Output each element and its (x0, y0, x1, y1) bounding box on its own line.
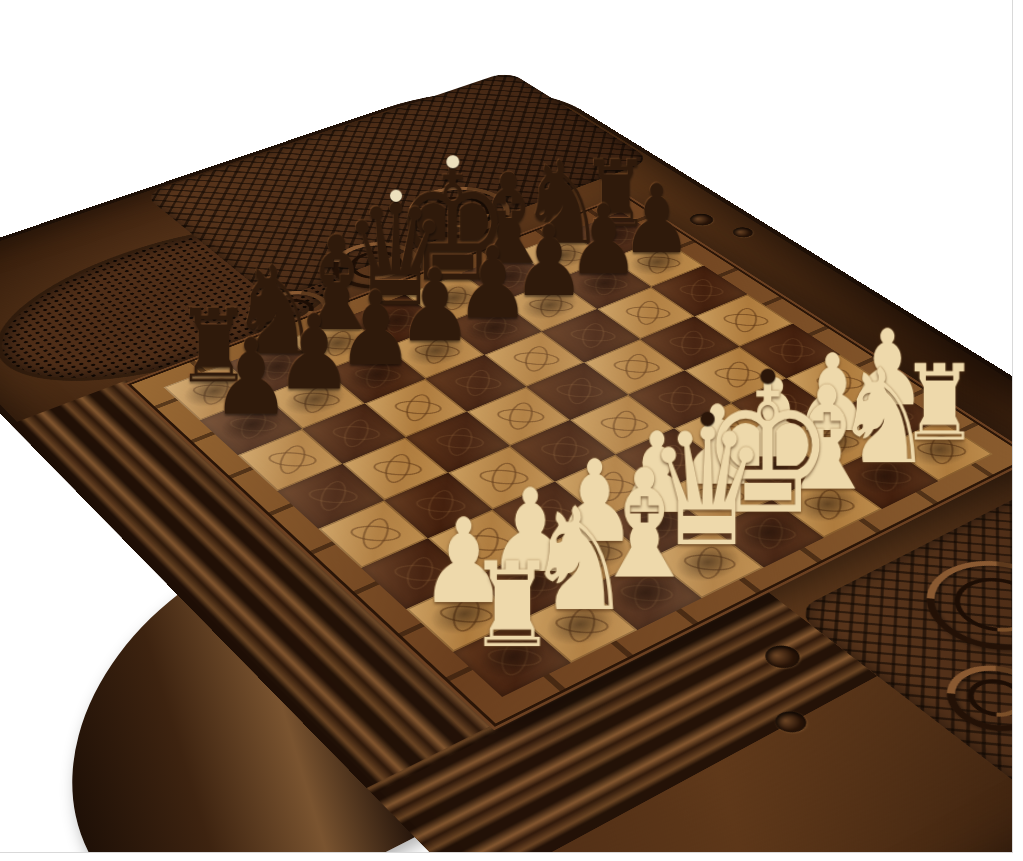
product-photo-chess-table: ♜♞♝♛♚♝♞♜♟♟♟♟♟♟♟♟♟♟♟♟♟♟♟♟♜♞♝♛♚♝♞♜ (0, 0, 1023, 861)
square-c5[interactable] (406, 412, 510, 473)
pawn-icon: ♟ (211, 325, 290, 430)
photo-margin-right (1013, 0, 1023, 861)
finial-icon (700, 412, 714, 426)
photo-border-bottom (0, 852, 1013, 853)
finial-icon (760, 369, 775, 384)
photo-border-right (1012, 0, 1013, 853)
rook-icon: ♜ (468, 547, 557, 665)
finial-icon (446, 155, 459, 168)
pawn-icon: ♟ (621, 173, 693, 268)
square-a6[interactable] (238, 429, 343, 491)
photo-margin-bottom (0, 853, 1023, 861)
